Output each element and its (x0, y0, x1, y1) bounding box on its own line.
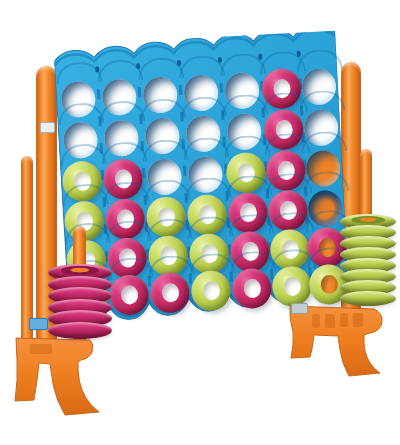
stored-ring-green (340, 291, 396, 306)
pink-ring-stack (48, 264, 112, 344)
right-foot-clip (291, 303, 308, 314)
left-post-clip (40, 122, 55, 133)
green-ring-stack (340, 214, 396, 309)
left-foot (15, 338, 99, 415)
right-stack-peg (360, 149, 372, 224)
scene (0, 0, 400, 445)
left-foot-clip (29, 318, 48, 330)
stored-ring-pink (48, 322, 112, 339)
